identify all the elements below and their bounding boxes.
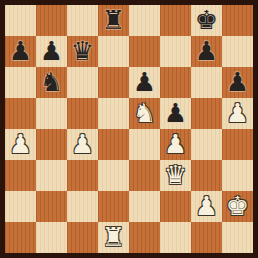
square-a8[interactable] [5, 5, 36, 36]
square-g6[interactable] [191, 67, 222, 98]
square-f6[interactable] [160, 67, 191, 98]
chess-board-frame: ♜♚♟♟♛♟♞♟♟♞♟♟♟♟♟♛♟♚♜ [0, 0, 258, 258]
square-a1[interactable] [5, 222, 36, 253]
piece-black-pawn-a7[interactable]: ♟ [9, 36, 32, 67]
piece-white-pawn-a4[interactable]: ♟ [9, 129, 32, 160]
square-e8[interactable] [129, 5, 160, 36]
square-g7[interactable]: ♟ [191, 36, 222, 67]
square-h2[interactable]: ♚ [222, 191, 253, 222]
square-c4[interactable]: ♟ [67, 129, 98, 160]
square-d7[interactable] [98, 36, 129, 67]
square-h7[interactable] [222, 36, 253, 67]
square-e2[interactable] [129, 191, 160, 222]
square-c8[interactable] [67, 5, 98, 36]
square-b8[interactable] [36, 5, 67, 36]
square-b3[interactable] [36, 160, 67, 191]
square-e3[interactable] [129, 160, 160, 191]
square-a3[interactable] [5, 160, 36, 191]
piece-white-queen-f3[interactable]: ♛ [164, 160, 187, 191]
square-b1[interactable] [36, 222, 67, 253]
square-a5[interactable] [5, 98, 36, 129]
square-d3[interactable] [98, 160, 129, 191]
square-g5[interactable] [191, 98, 222, 129]
piece-white-pawn-h5[interactable]: ♟ [226, 98, 249, 129]
piece-white-rook-d1[interactable]: ♜ [102, 222, 125, 253]
square-b6[interactable]: ♞ [36, 67, 67, 98]
piece-black-pawn-b7[interactable]: ♟ [40, 36, 63, 67]
square-h8[interactable] [222, 5, 253, 36]
square-g4[interactable] [191, 129, 222, 160]
square-g2[interactable]: ♟ [191, 191, 222, 222]
piece-white-pawn-f4[interactable]: ♟ [164, 129, 187, 160]
square-f3[interactable]: ♛ [160, 160, 191, 191]
square-b2[interactable] [36, 191, 67, 222]
square-d1[interactable]: ♜ [98, 222, 129, 253]
square-d4[interactable] [98, 129, 129, 160]
square-h4[interactable] [222, 129, 253, 160]
square-c6[interactable] [67, 67, 98, 98]
square-c3[interactable] [67, 160, 98, 191]
piece-white-pawn-g2[interactable]: ♟ [195, 191, 218, 222]
square-f4[interactable]: ♟ [160, 129, 191, 160]
piece-black-pawn-g7[interactable]: ♟ [195, 36, 218, 67]
chess-board: ♜♚♟♟♛♟♞♟♟♞♟♟♟♟♟♛♟♚♜ [5, 5, 253, 253]
piece-black-pawn-f5[interactable]: ♟ [164, 98, 187, 129]
piece-white-pawn-c4[interactable]: ♟ [71, 129, 94, 160]
square-c5[interactable] [67, 98, 98, 129]
square-g1[interactable] [191, 222, 222, 253]
square-b7[interactable]: ♟ [36, 36, 67, 67]
piece-black-queen-c7[interactable]: ♛ [71, 36, 94, 67]
square-d2[interactable] [98, 191, 129, 222]
square-g8[interactable]: ♚ [191, 5, 222, 36]
square-b4[interactable] [36, 129, 67, 160]
piece-black-king-g8[interactable]: ♚ [195, 5, 218, 36]
square-c2[interactable] [67, 191, 98, 222]
square-f2[interactable] [160, 191, 191, 222]
piece-white-king-h2[interactable]: ♚ [226, 191, 249, 222]
square-f7[interactable] [160, 36, 191, 67]
square-c7[interactable]: ♛ [67, 36, 98, 67]
square-h5[interactable]: ♟ [222, 98, 253, 129]
square-d8[interactable]: ♜ [98, 5, 129, 36]
square-g3[interactable] [191, 160, 222, 191]
piece-white-knight-e5[interactable]: ♞ [133, 98, 156, 129]
piece-black-pawn-e6[interactable]: ♟ [133, 67, 156, 98]
square-h6[interactable]: ♟ [222, 67, 253, 98]
piece-black-rook-d8[interactable]: ♜ [102, 5, 125, 36]
square-a2[interactable] [5, 191, 36, 222]
piece-black-pawn-h6[interactable]: ♟ [226, 67, 249, 98]
square-a7[interactable]: ♟ [5, 36, 36, 67]
square-h3[interactable] [222, 160, 253, 191]
square-e1[interactable] [129, 222, 160, 253]
square-e7[interactable] [129, 36, 160, 67]
piece-black-knight-b6[interactable]: ♞ [40, 67, 63, 98]
square-d6[interactable] [98, 67, 129, 98]
square-f1[interactable] [160, 222, 191, 253]
square-f5[interactable]: ♟ [160, 98, 191, 129]
square-e5[interactable]: ♞ [129, 98, 160, 129]
square-e4[interactable] [129, 129, 160, 160]
square-d5[interactable] [98, 98, 129, 129]
square-a6[interactable] [5, 67, 36, 98]
square-h1[interactable] [222, 222, 253, 253]
square-a4[interactable]: ♟ [5, 129, 36, 160]
square-c1[interactable] [67, 222, 98, 253]
square-f8[interactable] [160, 5, 191, 36]
square-b5[interactable] [36, 98, 67, 129]
square-e6[interactable]: ♟ [129, 67, 160, 98]
